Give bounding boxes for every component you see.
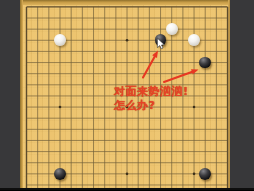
- stone-black-D4[interactable]: [54, 168, 66, 180]
- annotation-line-2: 怎么办?: [114, 99, 189, 113]
- video-frame: 对面来势汹汹! 怎么办?: [0, 0, 254, 190]
- annotation-line-1: 对面来势汹汹!: [114, 85, 189, 99]
- letterbox-left: [0, 0, 21, 190]
- letterbox-right: [229, 0, 254, 190]
- annotation-text: 对面来势汹汹! 怎么办?: [114, 85, 189, 113]
- stone-black-R14[interactable]: [199, 57, 211, 69]
- stone-white-Q16[interactable]: [188, 34, 200, 46]
- stone-black-R4[interactable]: [199, 168, 211, 180]
- bottom-crop-strip: [0, 188, 254, 191]
- stone-white-O17[interactable]: [166, 23, 178, 35]
- stone-black-N16[interactable]: [155, 34, 167, 46]
- stone-white-D16[interactable]: [54, 34, 66, 46]
